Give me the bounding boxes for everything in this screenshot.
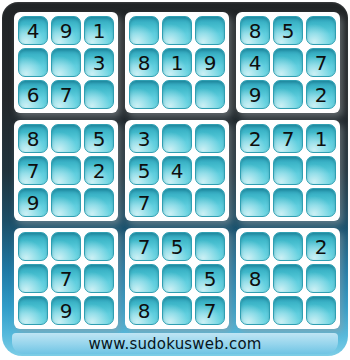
cell-r2c7[interactable]: 4: [240, 48, 270, 77]
cell-r1c3[interactable]: 1: [84, 16, 114, 45]
cell-r1c2[interactable]: 9: [51, 16, 81, 45]
cell-r8c2[interactable]: 7: [51, 264, 81, 293]
cell-r9c4[interactable]: 8: [129, 296, 159, 325]
cell-r1c7[interactable]: 8: [240, 16, 270, 45]
cell-r5c6[interactable]: [195, 156, 225, 185]
cell-r3c6[interactable]: [195, 80, 225, 109]
cell-r2c5[interactable]: 1: [162, 48, 192, 77]
cell-r2c6[interactable]: 9: [195, 48, 225, 77]
site-url[interactable]: www.sudokusweb.com: [88, 335, 261, 353]
cell-r7c1[interactable]: [18, 232, 48, 261]
box-2: 819: [125, 12, 229, 113]
cell-r8c9[interactable]: [306, 264, 336, 293]
cell-r8c4[interactable]: [129, 264, 159, 293]
cell-r8c5[interactable]: [162, 264, 192, 293]
cell-r3c9[interactable]: 2: [306, 80, 336, 109]
sudoku-app: 491367819854792857293547271797558728 www…: [0, 0, 350, 360]
box-1: 491367: [14, 12, 118, 113]
footer-bar: www.sudokusweb.com: [12, 333, 338, 354]
box-6: 271: [236, 120, 340, 221]
cell-r1c8[interactable]: 5: [273, 16, 303, 45]
cell-r7c5[interactable]: 5: [162, 232, 192, 261]
cell-r2c9[interactable]: 7: [306, 48, 336, 77]
cell-r1c1[interactable]: 4: [18, 16, 48, 45]
cell-r2c3[interactable]: 3: [84, 48, 114, 77]
cell-r9c2[interactable]: 9: [51, 296, 81, 325]
box-5: 3547: [125, 120, 229, 221]
cell-r5c7[interactable]: [240, 156, 270, 185]
board-frame: 491367819854792857293547271797558728 www…: [2, 2, 348, 356]
cell-r1c6[interactable]: [195, 16, 225, 45]
cell-r6c2[interactable]: [51, 188, 81, 217]
cell-r7c6[interactable]: [195, 232, 225, 261]
cell-r8c3[interactable]: [84, 264, 114, 293]
cell-r5c3[interactable]: 2: [84, 156, 114, 185]
cell-r9c3[interactable]: [84, 296, 114, 325]
cell-r4c7[interactable]: 2: [240, 124, 270, 153]
cell-r7c2[interactable]: [51, 232, 81, 261]
cell-r9c1[interactable]: [18, 296, 48, 325]
sudoku-board: 491367819854792857293547271797558728: [14, 12, 340, 329]
cell-r5c9[interactable]: [306, 156, 336, 185]
cell-r8c7[interactable]: 8: [240, 264, 270, 293]
cell-r6c9[interactable]: [306, 188, 336, 217]
cell-r7c3[interactable]: [84, 232, 114, 261]
cell-r2c2[interactable]: [51, 48, 81, 77]
cell-r5c4[interactable]: 5: [129, 156, 159, 185]
cell-r9c7[interactable]: [240, 296, 270, 325]
cell-r3c1[interactable]: 6: [18, 80, 48, 109]
cell-r6c5[interactable]: [162, 188, 192, 217]
cell-r1c9[interactable]: [306, 16, 336, 45]
cell-r4c2[interactable]: [51, 124, 81, 153]
cell-r5c5[interactable]: 4: [162, 156, 192, 185]
cell-r3c5[interactable]: [162, 80, 192, 109]
cell-r1c4[interactable]: [129, 16, 159, 45]
cell-r4c8[interactable]: 7: [273, 124, 303, 153]
cell-r3c7[interactable]: 9: [240, 80, 270, 109]
cell-r8c1[interactable]: [18, 264, 48, 293]
cell-r4c9[interactable]: 1: [306, 124, 336, 153]
box-8: 75587: [125, 228, 229, 329]
cell-r4c3[interactable]: 5: [84, 124, 114, 153]
cell-r1c5[interactable]: [162, 16, 192, 45]
box-3: 854792: [236, 12, 340, 113]
cell-r6c6[interactable]: [195, 188, 225, 217]
box-4: 85729: [14, 120, 118, 221]
box-9: 28: [236, 228, 340, 329]
cell-r7c4[interactable]: 7: [129, 232, 159, 261]
cell-r9c6[interactable]: 7: [195, 296, 225, 325]
cell-r9c8[interactable]: [273, 296, 303, 325]
cell-r2c4[interactable]: 8: [129, 48, 159, 77]
box-7: 79: [14, 228, 118, 329]
cell-r2c1[interactable]: [18, 48, 48, 77]
cell-r5c2[interactable]: [51, 156, 81, 185]
cell-r9c9[interactable]: [306, 296, 336, 325]
cell-r3c3[interactable]: [84, 80, 114, 109]
cell-r6c3[interactable]: [84, 188, 114, 217]
cell-r4c5[interactable]: [162, 124, 192, 153]
cell-r4c4[interactable]: 3: [129, 124, 159, 153]
cell-r3c2[interactable]: 7: [51, 80, 81, 109]
cell-r3c8[interactable]: [273, 80, 303, 109]
cell-r6c1[interactable]: 9: [18, 188, 48, 217]
cell-r3c4[interactable]: [129, 80, 159, 109]
cell-r4c1[interactable]: 8: [18, 124, 48, 153]
cell-r7c9[interactable]: 2: [306, 232, 336, 261]
cell-r6c4[interactable]: 7: [129, 188, 159, 217]
cell-r6c7[interactable]: [240, 188, 270, 217]
cell-r8c8[interactable]: [273, 264, 303, 293]
cell-r8c6[interactable]: 5: [195, 264, 225, 293]
cell-r6c8[interactable]: [273, 188, 303, 217]
cell-r5c8[interactable]: [273, 156, 303, 185]
cell-r2c8[interactable]: [273, 48, 303, 77]
cell-r4c6[interactable]: [195, 124, 225, 153]
cell-r7c8[interactable]: [273, 232, 303, 261]
cell-r9c5[interactable]: [162, 296, 192, 325]
cell-r7c7[interactable]: [240, 232, 270, 261]
cell-r5c1[interactable]: 7: [18, 156, 48, 185]
